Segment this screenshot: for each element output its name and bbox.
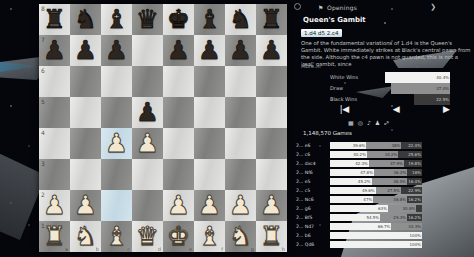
move-row[interactable]: 2... b6100% bbox=[296, 231, 456, 240]
move-label: 2... c6 bbox=[296, 152, 329, 157]
square-b2[interactable]: ♟ bbox=[70, 190, 101, 221]
square-c3[interactable] bbox=[101, 159, 132, 190]
white-bishop-c1[interactable]: ♝ bbox=[101, 221, 132, 252]
square-h2[interactable]: ♟ bbox=[256, 190, 287, 221]
move-result-bar: 100% bbox=[330, 241, 422, 248]
square-c8[interactable]: ♝ bbox=[101, 4, 132, 35]
square-g7[interactable]: ♟ bbox=[225, 35, 256, 66]
games-count: 1,148,570 Games bbox=[303, 130, 352, 136]
move-row[interactable]: 2... e639.6%38%22.4% bbox=[296, 141, 456, 150]
square-c5[interactable] bbox=[101, 97, 132, 128]
move-result-bar: 49.6%27.5%22.9% bbox=[330, 187, 422, 194]
square-h6[interactable] bbox=[256, 66, 287, 97]
move-label: 2... e6 bbox=[296, 143, 329, 148]
square-c1[interactable]: c♝ bbox=[101, 221, 132, 252]
square-a2[interactable]: 2♟ bbox=[39, 190, 70, 221]
square-g1[interactable]: g♞ bbox=[225, 221, 256, 252]
black-pawn-d5[interactable]: ♟ bbox=[132, 97, 163, 128]
black-pawn-h7[interactable]: ♟ bbox=[256, 35, 287, 66]
white-king-e1[interactable]: ♚ bbox=[163, 221, 194, 252]
move-label: 2... g6 bbox=[296, 206, 329, 211]
white-knight-g1[interactable]: ♞ bbox=[225, 221, 256, 252]
square-e5[interactable] bbox=[163, 97, 194, 128]
segment-white-wins: 100% bbox=[330, 241, 422, 248]
square-a8[interactable]: 8♜ bbox=[39, 4, 70, 35]
white-queen-d1[interactable]: ♛ bbox=[132, 221, 163, 252]
segment-white-wins: 40.2% bbox=[330, 151, 367, 158]
segment-black-wins: 25.6% bbox=[398, 151, 422, 158]
square-d1[interactable]: d♛ bbox=[132, 221, 163, 252]
square-d5[interactable]: ♟ bbox=[132, 97, 163, 128]
segment-black-wins: 19.8% bbox=[404, 160, 422, 167]
square-d3[interactable] bbox=[132, 159, 163, 190]
white-pawn-g2[interactable]: ♟ bbox=[225, 190, 256, 221]
move-result-bar: 47%36.8%16.2% bbox=[330, 196, 422, 203]
square-h7[interactable]: ♟ bbox=[256, 35, 287, 66]
move-row[interactable]: 2... c640.2%34.2%25.6% bbox=[296, 150, 456, 159]
square-h4[interactable] bbox=[256, 128, 287, 159]
square-c7[interactable]: ♟ bbox=[101, 35, 132, 66]
opening-name: Queen's Gambit bbox=[303, 16, 366, 24]
move-row[interactable]: 2... Qd6100% bbox=[296, 240, 456, 249]
square-g8[interactable]: ♞ bbox=[225, 4, 256, 35]
segment-black-wins: 16.4% bbox=[407, 178, 422, 185]
square-b8[interactable]: ♞ bbox=[70, 4, 101, 35]
chess-board[interactable]: 8♜♞♝♛♚♝♞♜7♟♟♟♟♟♟♟65♟4♟♟32♟♟♟♟♟♟1a♜b♞c♝d♛… bbox=[39, 4, 287, 252]
white-bishop-f1[interactable]: ♝ bbox=[194, 221, 225, 252]
square-a3[interactable]: 3 bbox=[39, 159, 70, 190]
segment-white-wins: 63% bbox=[330, 205, 388, 212]
white-knight-b1[interactable]: ♞ bbox=[70, 221, 101, 252]
square-c6[interactable] bbox=[101, 66, 132, 97]
black-pawn-g7[interactable]: ♟ bbox=[225, 35, 256, 66]
white-pawn-f2[interactable]: ♟ bbox=[194, 190, 225, 221]
square-f8[interactable]: ♝ bbox=[194, 4, 225, 35]
segment-black-wins: 22.4% bbox=[401, 142, 422, 149]
square-e8[interactable]: ♚ bbox=[163, 4, 194, 35]
black-pawn-e7[interactable]: ♟ bbox=[163, 35, 194, 66]
white-pawn-d4[interactable]: ♟ bbox=[132, 128, 163, 159]
move-result-bar: 54.5%29.3%16.2% bbox=[330, 214, 422, 221]
move-row[interactable]: 2... Nc647%36.8%16.2% bbox=[296, 195, 456, 204]
black-rook-h8[interactable]: ♜ bbox=[256, 4, 287, 35]
square-b6[interactable] bbox=[70, 66, 101, 97]
white-rook-h1[interactable]: ♜ bbox=[256, 221, 287, 252]
segment-white-wins: 42.3% bbox=[330, 160, 369, 167]
move-label: 2... b6 bbox=[296, 233, 329, 238]
white-rook-a1[interactable]: ♜ bbox=[39, 221, 70, 252]
move-result-bar: 45.2%38.4%16.4% bbox=[330, 178, 422, 185]
segment-white-wins: 49.6% bbox=[330, 187, 376, 194]
square-f4[interactable] bbox=[194, 128, 225, 159]
segment-draw: 36.2% bbox=[374, 169, 407, 176]
black-king-e8[interactable]: ♚ bbox=[163, 4, 194, 35]
square-a7[interactable]: 7♟ bbox=[39, 35, 70, 66]
black-pawn-f7[interactable]: ♟ bbox=[194, 35, 225, 66]
segment-draw: 27.5% bbox=[376, 187, 401, 194]
move-row[interactable]: 2... Bf554.5%29.3%16.2% bbox=[296, 213, 456, 222]
square-d8[interactable]: ♛ bbox=[132, 4, 163, 35]
square-g5[interactable] bbox=[225, 97, 256, 128]
white-pawn-h2[interactable]: ♟ bbox=[256, 190, 287, 221]
stat-bar: 37.0% bbox=[391, 83, 450, 94]
app-window: 8♜♞♝♛♚♝♞♜7♟♟♟♟♟♟♟65♟4♟♟32♟♟♟♟♟♟1a♜b♞c♝d♛… bbox=[0, 0, 474, 257]
square-c2[interactable] bbox=[101, 190, 132, 221]
move-result-bar: 42.3%37.9%19.8% bbox=[330, 160, 422, 167]
square-h8[interactable]: ♜ bbox=[256, 4, 287, 35]
square-e3[interactable] bbox=[163, 159, 194, 190]
segment-draw: 36.8% bbox=[373, 196, 407, 203]
segment-black-wins: 16.2% bbox=[407, 196, 422, 203]
square-b5[interactable] bbox=[70, 97, 101, 128]
segment-white-wins: 47.8% bbox=[330, 169, 374, 176]
square-a4[interactable]: 4 bbox=[39, 128, 70, 159]
move-explorer-list: 2... e639.6%38%22.4%2... c640.2%34.2%25.… bbox=[296, 141, 456, 249]
move-label: 2... dxc4 bbox=[296, 161, 329, 166]
opening-move-line[interactable]: 1.d4 d5 2.c4 bbox=[301, 29, 342, 37]
move-row[interactable]: 2... g663%30.8% bbox=[296, 204, 456, 213]
move-result-bar: 63%30.8% bbox=[330, 205, 422, 212]
segment-draw: 34.2% bbox=[367, 151, 398, 158]
move-result-bar: 40.2%34.2%25.6% bbox=[330, 151, 422, 158]
move-label: 2... Nc6 bbox=[296, 197, 329, 202]
square-h5[interactable] bbox=[256, 97, 287, 128]
black-pawn-b7[interactable]: ♟ bbox=[70, 35, 101, 66]
square-g2[interactable]: ♟ bbox=[225, 190, 256, 221]
stat-label: Black Wins bbox=[330, 96, 357, 102]
segment-draw: 38.4% bbox=[372, 178, 407, 185]
move-result-bar: 39.6%38%22.4% bbox=[330, 142, 422, 149]
panel-title: Openings bbox=[327, 4, 357, 11]
toolbar: ▦◎♪♟↗ bbox=[348, 119, 389, 126]
move-label: 2... Qd6 bbox=[296, 242, 329, 247]
rank-label: 5 bbox=[41, 98, 45, 105]
stat-label: Draw bbox=[330, 85, 343, 91]
rank-label: 3 bbox=[41, 160, 45, 167]
move-label: 2... Nd7 bbox=[296, 224, 329, 229]
square-b3[interactable] bbox=[70, 159, 101, 190]
square-b7[interactable]: ♟ bbox=[70, 35, 101, 66]
move-row[interactable]: 2... Nf647.8%36.2%16% bbox=[296, 168, 456, 177]
move-label: 2... e5 bbox=[296, 179, 329, 184]
black-knight-g8[interactable]: ♞ bbox=[225, 4, 256, 35]
rank-label: 4 bbox=[41, 129, 45, 136]
prev-move-button[interactable]: ◀ bbox=[393, 103, 400, 115]
square-e6[interactable] bbox=[163, 66, 194, 97]
black-knight-b8[interactable]: ♞ bbox=[70, 4, 101, 35]
flag-icon: ⚑ bbox=[318, 4, 323, 11]
move-row[interactable]: 2... dxc442.3%37.9%19.8% bbox=[296, 159, 456, 168]
segment-black-wins bbox=[416, 205, 422, 212]
board-icon[interactable]: ▦ bbox=[348, 119, 354, 126]
segment-white-wins: 66.7% bbox=[330, 223, 391, 230]
black-bishop-c8[interactable]: ♝ bbox=[101, 4, 132, 35]
square-g3[interactable] bbox=[225, 159, 256, 190]
next-move-button[interactable]: ▶ bbox=[443, 103, 450, 115]
chevron-right-icon[interactable]: ❯ bbox=[430, 3, 436, 11]
black-bishop-f8[interactable]: ♝ bbox=[194, 4, 225, 35]
segment-draw: 37.9% bbox=[369, 160, 404, 167]
square-b1[interactable]: b♞ bbox=[70, 221, 101, 252]
move-row[interactable]: 2... Nd766.7%33.3% bbox=[296, 222, 456, 231]
square-f7[interactable]: ♟ bbox=[194, 35, 225, 66]
square-f3[interactable] bbox=[194, 159, 225, 190]
playback-controls: |◀ ◀ ▶ bbox=[340, 103, 450, 115]
square-h1[interactable]: h♜ bbox=[256, 221, 287, 252]
move-label: 2... c5 bbox=[296, 188, 329, 193]
stat-row: Draw37.0% bbox=[296, 83, 450, 94]
square-e2[interactable]: ♟ bbox=[163, 190, 194, 221]
pieces-icon[interactable]: ♟ bbox=[375, 119, 380, 126]
square-d2[interactable] bbox=[132, 190, 163, 221]
black-queen-d8[interactable]: ♛ bbox=[132, 4, 163, 35]
first-move-button[interactable]: |◀ bbox=[340, 103, 349, 115]
segment-draw: 29.3% bbox=[380, 214, 407, 221]
move-row[interactable]: 2... e545.2%38.4%16.4% bbox=[296, 177, 456, 186]
rank-label: 6 bbox=[41, 67, 45, 74]
move-result-bar: 66.7%33.3% bbox=[330, 223, 422, 230]
move-result-bar: 47.8%36.2%16% bbox=[330, 169, 422, 176]
segment-white-wins: 45.2% bbox=[330, 178, 372, 185]
sound-icon[interactable]: ♪ bbox=[367, 119, 371, 126]
opening-description: One of the fundamental variations of 1.d… bbox=[301, 40, 471, 68]
move-label: 2... Bf5 bbox=[296, 215, 329, 220]
segment-white-wins: 47% bbox=[330, 196, 373, 203]
square-d7[interactable] bbox=[132, 35, 163, 66]
more-link[interactable]: More... bbox=[301, 63, 319, 69]
black-rook-a8[interactable]: ♜ bbox=[39, 4, 70, 35]
segment-white-wins: 100% bbox=[330, 232, 422, 239]
square-e4[interactable] bbox=[163, 128, 194, 159]
segment-draw: 38% bbox=[366, 142, 401, 149]
square-h3[interactable] bbox=[256, 159, 287, 190]
segment-black-wins: 22.9% bbox=[401, 187, 422, 194]
move-row[interactable]: 2... c549.6%27.5%22.9% bbox=[296, 186, 456, 195]
search-icon[interactable]: ◎ bbox=[358, 119, 363, 126]
square-a6[interactable]: 6 bbox=[39, 66, 70, 97]
share-icon[interactable]: ↗ bbox=[384, 119, 389, 126]
white-pawn-e2[interactable]: ♟ bbox=[163, 190, 194, 221]
stat-label: White Wins bbox=[330, 74, 358, 80]
segment-white-wins: 54.5% bbox=[330, 214, 380, 221]
segment-draw: 33.3% bbox=[391, 223, 422, 230]
move-label: 2... Nf6 bbox=[296, 170, 329, 175]
white-pawn-b2[interactable]: ♟ bbox=[70, 190, 101, 221]
segment-black-wins: 16.2% bbox=[407, 214, 422, 221]
segment-draw: 30.8% bbox=[388, 205, 416, 212]
stat-row: White Wins40.4% bbox=[296, 72, 450, 83]
square-f5[interactable] bbox=[194, 97, 225, 128]
white-pawn-a2[interactable]: ♟ bbox=[39, 190, 70, 221]
square-d6[interactable] bbox=[132, 66, 163, 97]
panel-header: ⚑ Openings ❯ bbox=[296, 3, 472, 13]
black-pawn-a7[interactable]: ♟ bbox=[39, 35, 70, 66]
segment-black-wins: 16% bbox=[407, 169, 422, 176]
square-a5[interactable]: 5 bbox=[39, 97, 70, 128]
openings-panel: ⚑ Openings ❯ Queen's Gambit 1.d4 d5 2.c4… bbox=[294, 0, 474, 257]
move-result-bar: 100% bbox=[330, 232, 422, 239]
white-pawn-c4[interactable]: ♟ bbox=[101, 128, 132, 159]
square-d4[interactable]: ♟ bbox=[132, 128, 163, 159]
black-pawn-c7[interactable]: ♟ bbox=[101, 35, 132, 66]
square-b4[interactable] bbox=[70, 128, 101, 159]
result-stats: White Wins40.4%Draw37.0%Black Wins22.5% bbox=[296, 72, 450, 105]
square-c4[interactable]: ♟ bbox=[101, 128, 132, 159]
square-f6[interactable] bbox=[194, 66, 225, 97]
square-f2[interactable]: ♟ bbox=[194, 190, 225, 221]
square-g6[interactable] bbox=[225, 66, 256, 97]
square-f1[interactable]: f♝ bbox=[194, 221, 225, 252]
segment-white-wins: 39.6% bbox=[330, 142, 366, 149]
stat-bar: 40.4% bbox=[385, 72, 450, 83]
square-e7[interactable]: ♟ bbox=[163, 35, 194, 66]
square-e1[interactable]: e♚ bbox=[163, 221, 194, 252]
square-g4[interactable] bbox=[225, 128, 256, 159]
square-a1[interactable]: 1a♜ bbox=[39, 221, 70, 252]
